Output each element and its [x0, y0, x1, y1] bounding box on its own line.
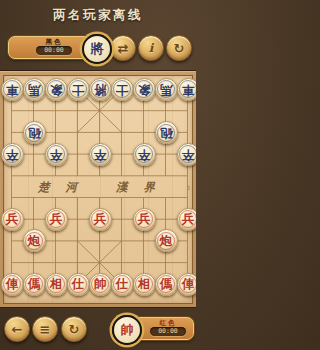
piece-glyph: 士	[72, 83, 85, 96]
piece-glyph: 卒	[50, 148, 63, 161]
piece-glyph: 象	[50, 83, 63, 96]
red-piece-帥[interactable]: 帥	[89, 273, 112, 296]
back-button[interactable]: ←	[4, 316, 30, 342]
red-general-badge: 帥	[112, 315, 142, 345]
black-piece-馬[interactable]: 馬	[155, 78, 178, 101]
black-piece-象[interactable]: 象	[45, 78, 68, 101]
piece-glyph: 砲	[28, 126, 41, 139]
red-piece-兵[interactable]: 兵	[45, 208, 68, 231]
piece-glyph: 相	[50, 278, 63, 291]
piece-glyph: 仕	[72, 278, 85, 291]
piece-glyph: 兵	[138, 213, 151, 226]
red-player-timer: 00:00	[150, 327, 186, 336]
piece-glyph: 俥	[182, 278, 195, 291]
black-piece-砲[interactable]: 砲	[155, 121, 178, 144]
red-piece-炮[interactable]: 炮	[23, 229, 46, 252]
piece-glyph: 士	[116, 83, 129, 96]
red-piece-兵[interactable]: 兵	[89, 208, 112, 231]
menu-button[interactable]: ≡	[32, 316, 58, 342]
black-player-timer: 00:00	[36, 46, 72, 55]
swap-icon: ⇄	[118, 42, 129, 55]
black-piece-卒[interactable]: 卒	[133, 143, 156, 166]
piece-glyph: 俥	[6, 278, 19, 291]
black-piece-馬[interactable]: 馬	[23, 78, 46, 101]
piece-glyph: 帥	[94, 278, 107, 291]
board-pieces: 車馬象士將士象馬車砲砲卒卒卒卒卒兵兵兵兵兵炮炮俥傌相仕帥仕相傌俥	[1, 78, 196, 295]
piece-glyph: 車	[6, 83, 19, 96]
black-piece-卒[interactable]: 卒	[89, 143, 112, 166]
black-piece-將[interactable]: 將	[89, 78, 112, 101]
red-piece-相[interactable]: 相	[133, 273, 156, 296]
replay-button[interactable]: ↻	[166, 35, 192, 61]
piece-glyph: 馬	[28, 83, 41, 96]
piece-glyph: 卒	[182, 148, 195, 161]
red-piece-炮[interactable]: 炮	[155, 229, 178, 252]
piece-glyph: 炮	[28, 235, 41, 248]
piece-glyph: 將	[94, 83, 107, 96]
red-piece-仕[interactable]: 仕	[67, 273, 90, 296]
piece-glyph: 炮	[160, 235, 173, 248]
piece-glyph: 馬	[160, 83, 173, 96]
xiangqi-board[interactable]: 楚 河 漢 界 1 車馬象士將士象馬車砲砲卒卒卒卒卒兵兵兵兵兵炮炮俥傌相仕帥仕相…	[0, 70, 196, 308]
red-badge-glyph: 帥	[121, 321, 134, 339]
piece-glyph: 卒	[138, 148, 151, 161]
piece-glyph: 兵	[6, 213, 19, 226]
black-piece-車[interactable]: 車	[177, 78, 197, 101]
info-button[interactable]: i	[138, 35, 164, 61]
red-piece-兵[interactable]: 兵	[133, 208, 156, 231]
piece-glyph: 傌	[160, 278, 173, 291]
menu-icon: ≡	[40, 323, 51, 336]
red-piece-傌[interactable]: 傌	[155, 273, 178, 296]
piece-glyph: 砲	[160, 126, 173, 139]
piece-glyph: 兵	[182, 213, 195, 226]
red-player-label: 红色	[149, 319, 187, 327]
black-piece-卒[interactable]: 卒	[1, 143, 24, 166]
red-piece-俥[interactable]: 俥	[177, 273, 197, 296]
piece-glyph: 象	[138, 83, 151, 96]
red-piece-俥[interactable]: 俥	[1, 273, 24, 296]
replay-icon: ↻	[174, 42, 185, 55]
black-badge-glyph: 將	[91, 40, 104, 58]
piece-glyph: 兵	[94, 213, 107, 226]
black-piece-砲[interactable]: 砲	[23, 121, 46, 144]
black-piece-車[interactable]: 車	[1, 78, 24, 101]
red-piece-仕[interactable]: 仕	[111, 273, 134, 296]
piece-glyph: 仕	[116, 278, 129, 291]
black-general-badge: 將	[82, 34, 112, 64]
flip-board-button[interactable]: ⇄	[110, 35, 136, 61]
red-piece-傌[interactable]: 傌	[23, 273, 46, 296]
page-title: 两名玩家离线	[0, 7, 196, 24]
black-piece-卒[interactable]: 卒	[45, 143, 68, 166]
piece-glyph: 車	[182, 83, 195, 96]
piece-glyph: 傌	[28, 278, 41, 291]
piece-glyph: 相	[138, 278, 151, 291]
piece-glyph: 兵	[50, 213, 63, 226]
black-piece-象[interactable]: 象	[133, 78, 156, 101]
info-icon: i	[149, 42, 154, 54]
black-piece-卒[interactable]: 卒	[177, 143, 197, 166]
black-piece-士[interactable]: 士	[111, 78, 134, 101]
restart-button[interactable]: ↻	[61, 316, 87, 342]
back-arrow-icon: ←	[12, 323, 23, 336]
red-piece-兵[interactable]: 兵	[1, 208, 24, 231]
red-piece-相[interactable]: 相	[45, 273, 68, 296]
black-piece-士[interactable]: 士	[67, 78, 90, 101]
restart-icon: ↻	[69, 323, 80, 336]
red-piece-兵[interactable]: 兵	[177, 208, 197, 231]
piece-glyph: 卒	[94, 148, 107, 161]
piece-glyph: 卒	[6, 148, 19, 161]
black-player-label: 黑色	[35, 38, 73, 46]
